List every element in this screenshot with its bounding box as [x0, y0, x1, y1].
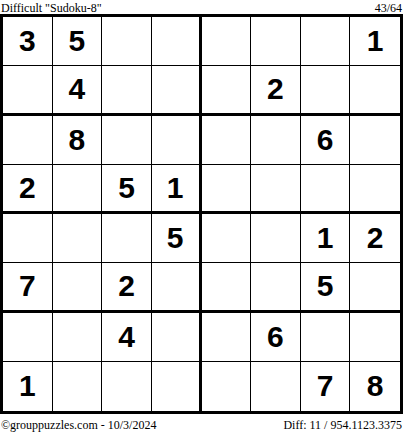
cell-r6c2[interactable]: [53, 263, 103, 312]
cell-r2c8[interactable]: [350, 66, 400, 115]
cell-r5c3[interactable]: [102, 214, 152, 263]
cell-r4c2[interactable]: [53, 165, 103, 214]
cell-r8c2[interactable]: [53, 362, 103, 411]
puzzle-title: Difficult "Sudoku-8": [1, 2, 102, 14]
cell-r8c6[interactable]: [251, 362, 301, 411]
cell-r7c3[interactable]: 4: [102, 313, 152, 362]
copyright-text: ©grouppuzzles.com - 10/3/2024: [1, 419, 156, 431]
cell-r4c8[interactable]: [350, 165, 400, 214]
cell-r8c7[interactable]: 7: [301, 362, 351, 411]
cell-r5c5[interactable]: [202, 214, 252, 263]
cell-r7c2[interactable]: [53, 313, 103, 362]
cell-r4c5[interactable]: [202, 165, 252, 214]
cell-r1c7[interactable]: [301, 17, 351, 66]
cell-r2c1[interactable]: [3, 66, 53, 115]
cell-r2c7[interactable]: [301, 66, 351, 115]
cell-r1c1[interactable]: 3: [3, 17, 53, 66]
cell-r3c8[interactable]: [350, 116, 400, 165]
cell-r2c2[interactable]: 4: [53, 66, 103, 115]
difficulty-text: Diff: 11 / 954.1123.3375: [283, 419, 402, 431]
cell-r8c1[interactable]: 1: [3, 362, 53, 411]
cell-r2c4[interactable]: [152, 66, 202, 115]
cell-r8c4[interactable]: [152, 362, 202, 411]
cell-r6c3[interactable]: 2: [102, 263, 152, 312]
header: Difficult "Sudoku-8" 43/64: [0, 0, 403, 14]
cell-r5c1[interactable]: [3, 214, 53, 263]
cell-r1c4[interactable]: [152, 17, 202, 66]
cell-r1c3[interactable]: [102, 17, 152, 66]
cell-r3c1[interactable]: [3, 116, 53, 165]
page: Difficult "Sudoku-8" 43/64 3514286251512…: [0, 0, 403, 437]
cell-r8c3[interactable]: [102, 362, 152, 411]
cell-r8c8[interactable]: 8: [350, 362, 400, 411]
cell-r3c7[interactable]: 6: [301, 116, 351, 165]
cell-r3c2[interactable]: 8: [53, 116, 103, 165]
cell-r7c1[interactable]: [3, 313, 53, 362]
cell-counter: 43/64: [375, 2, 402, 14]
cell-r5c2[interactable]: [53, 214, 103, 263]
cell-r7c5[interactable]: [202, 313, 252, 362]
cell-r5c7[interactable]: 1: [301, 214, 351, 263]
cell-r7c8[interactable]: [350, 313, 400, 362]
cell-r6c4[interactable]: [152, 263, 202, 312]
cell-r4c7[interactable]: [301, 165, 351, 214]
cell-r5c8[interactable]: 2: [350, 214, 400, 263]
cell-r2c3[interactable]: [102, 66, 152, 115]
cell-r3c6[interactable]: [251, 116, 301, 165]
cell-r6c7[interactable]: 5: [301, 263, 351, 312]
cell-r6c6[interactable]: [251, 263, 301, 312]
cell-r3c5[interactable]: [202, 116, 252, 165]
cell-r1c6[interactable]: [251, 17, 301, 66]
cell-r6c1[interactable]: 7: [3, 263, 53, 312]
cell-r2c6[interactable]: 2: [251, 66, 301, 115]
sudoku-board: 351428625151272546178: [0, 14, 403, 414]
cell-r5c6[interactable]: [251, 214, 301, 263]
cell-r6c5[interactable]: [202, 263, 252, 312]
cell-r3c3[interactable]: [102, 116, 152, 165]
footer: ©grouppuzzles.com - 10/3/2024 Diff: 11 /…: [0, 414, 403, 437]
cell-r1c8[interactable]: 1: [350, 17, 400, 66]
cell-r4c6[interactable]: [251, 165, 301, 214]
cell-r7c4[interactable]: [152, 313, 202, 362]
cell-r6c8[interactable]: [350, 263, 400, 312]
cell-r4c4[interactable]: 1: [152, 165, 202, 214]
cell-r1c2[interactable]: 5: [53, 17, 103, 66]
cell-r2c5[interactable]: [202, 66, 252, 115]
cell-r4c3[interactable]: 5: [102, 165, 152, 214]
cell-r1c5[interactable]: [202, 17, 252, 66]
cell-r3c4[interactable]: [152, 116, 202, 165]
cell-r7c7[interactable]: [301, 313, 351, 362]
cell-r8c5[interactable]: [202, 362, 252, 411]
cell-r5c4[interactable]: 5: [152, 214, 202, 263]
cell-r7c6[interactable]: 6: [251, 313, 301, 362]
cell-r4c1[interactable]: 2: [3, 165, 53, 214]
